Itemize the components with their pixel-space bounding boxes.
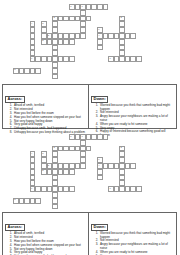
grid-cell[interactable] — [69, 56, 75, 62]
clue-number: 1 — [81, 5, 82, 8]
grid-cell[interactable] — [69, 169, 75, 175]
clue-box-copy2: Across: Afraid of smth, terrifiedNot int… — [2, 212, 177, 255]
across-clue-list: Afraid of smth, terrifiedNot interestedH… — [5, 232, 86, 255]
grid-cell[interactable] — [80, 163, 86, 169]
clue-number: 8 — [14, 68, 15, 71]
grid-cell[interactable] — [130, 33, 136, 39]
grid-cell[interactable] — [86, 146, 92, 152]
clue-number: 5 — [42, 152, 43, 155]
down-clues-column: Down: Worried because you think that som… — [89, 213, 176, 255]
clue-number: 5 — [42, 22, 43, 25]
clue-number: 7 — [109, 57, 110, 60]
grid-cell[interactable] — [136, 186, 142, 192]
down-heading: Down: — [91, 96, 108, 103]
grid-cell[interactable] — [86, 16, 92, 22]
grid-cell[interactable] — [136, 56, 142, 62]
clue-number: 6 — [98, 158, 99, 161]
clue-number: 6 — [98, 28, 99, 31]
grid-cell[interactable] — [52, 74, 58, 80]
down-clue-list: Worried because you think that something… — [91, 104, 174, 137]
grid-cell[interactable] — [80, 33, 86, 39]
grid-cell[interactable] — [52, 204, 58, 210]
clue-number: 7 — [109, 187, 110, 190]
grid-cell[interactable] — [35, 68, 41, 74]
grid-cell[interactable] — [69, 39, 75, 45]
clue-number: 1 — [70, 135, 71, 138]
grid-cell[interactable] — [35, 198, 41, 204]
grid-cell[interactable] — [97, 45, 103, 51]
clue-number: 8 — [14, 198, 15, 201]
clue-box-copy1: Across: Afraid of smth, terrifiedNot int… — [2, 84, 177, 129]
across-heading: Across: — [5, 96, 25, 103]
down-clues-column: Down: Worried because you think that som… — [89, 85, 176, 128]
grid-cell[interactable] — [69, 186, 75, 192]
clue-number: 2 — [53, 146, 54, 149]
clue-number: 5 — [42, 39, 43, 42]
grid-cell[interactable] — [97, 175, 103, 181]
clue-number: 4 — [31, 22, 32, 25]
across-clues-column: Across: Afraid of smth, terrifiedNot int… — [3, 213, 89, 255]
grid-cell[interactable] — [130, 163, 136, 169]
grid-cell[interactable] — [103, 134, 109, 140]
clue-number: 3 — [121, 146, 122, 149]
clue-number: 3 — [121, 16, 122, 19]
grid-cell[interactable] — [103, 4, 109, 10]
down-heading: Down: — [91, 224, 108, 231]
clue-number: 4 — [98, 34, 99, 37]
across-clues-column: Across: Afraid of smth, terrifiedNot int… — [3, 85, 89, 128]
clue-number: 1 — [70, 5, 71, 8]
clue-number: 3 — [48, 164, 49, 167]
crossword-grid-copy1: 1123456345678 — [13, 4, 142, 79]
clue-number: 1 — [81, 135, 82, 138]
crossword-worksheet-page: { "game": "crossword", "worksheet": { "c… — [0, 0, 180, 255]
crossword-grid-copy2: 1123456345678 — [13, 134, 142, 209]
down-clue-list: Worried because you think that something… — [91, 232, 174, 255]
clue-number: 4 — [98, 164, 99, 167]
across-heading: Across: — [5, 224, 25, 231]
clue-number: 6 — [31, 57, 32, 60]
clue-number: 2 — [53, 16, 54, 19]
clue-number: 5 — [42, 169, 43, 172]
clue-number: 4 — [31, 152, 32, 155]
across-clue-list: Afraid of smth, terrifiedNot interestedH… — [5, 104, 86, 135]
clue-number: 3 — [48, 34, 49, 37]
clue-number: 6 — [31, 187, 32, 190]
